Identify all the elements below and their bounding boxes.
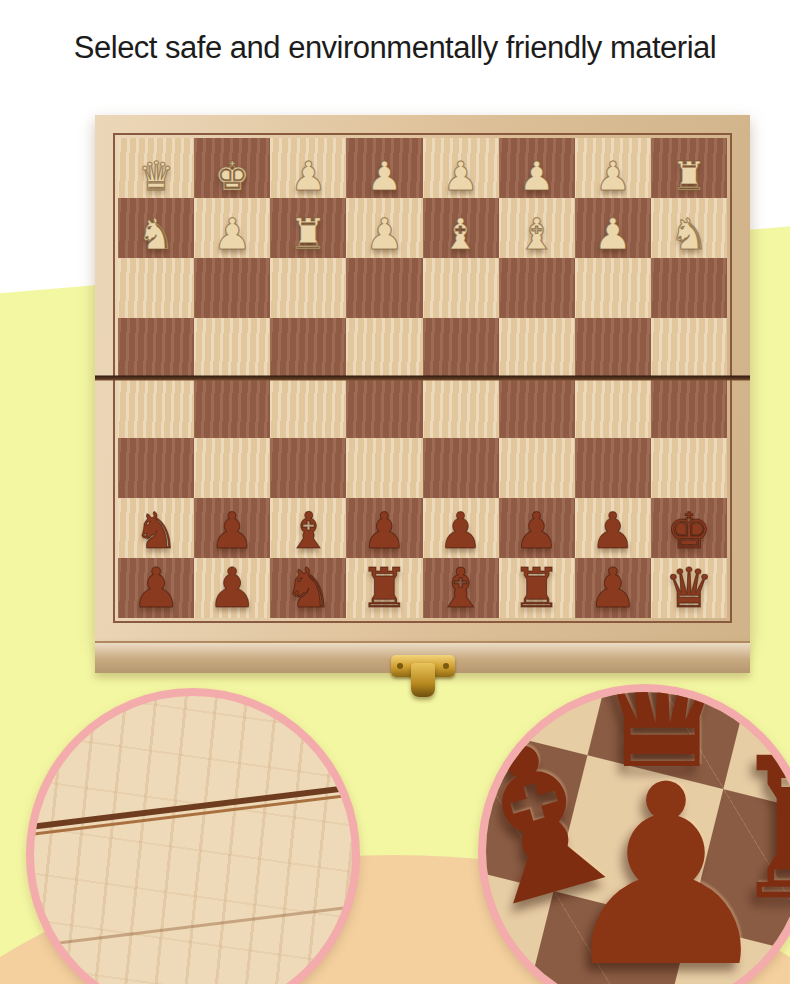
square-f4 bbox=[499, 378, 575, 438]
square-g1: ♟ bbox=[575, 558, 651, 618]
board-front-edge bbox=[95, 641, 750, 673]
light-rook-icon: ♜ bbox=[671, 156, 707, 196]
square-h2: ♚ bbox=[651, 498, 727, 558]
square-f5 bbox=[499, 318, 575, 378]
square-d1: ♜ bbox=[346, 558, 422, 618]
square-e6 bbox=[423, 258, 499, 318]
dark-bishop-icon: ♝ bbox=[286, 506, 331, 556]
closeup-pawn-icon: ♟ bbox=[554, 752, 778, 984]
square-b8: ♚ bbox=[194, 138, 270, 198]
square-a8: ♛ bbox=[118, 138, 194, 198]
square-d4 bbox=[346, 378, 422, 438]
light-king-icon: ♚ bbox=[214, 156, 250, 196]
square-c3 bbox=[270, 438, 346, 498]
square-a3 bbox=[118, 438, 194, 498]
square-b4 bbox=[194, 378, 270, 438]
square-c1: ♞ bbox=[270, 558, 346, 618]
dark-pawn-icon: ♟ bbox=[131, 561, 180, 616]
dark-pawn-icon: ♟ bbox=[514, 506, 559, 556]
square-g3 bbox=[575, 438, 651, 498]
square-c2: ♝ bbox=[270, 498, 346, 558]
clasp-screw-icon bbox=[397, 663, 403, 669]
folding-chess-set: ♛♚♟♟♟♟♟♜♞♟♜♟♝♝♟♞♞♟♝♟♟♟♟♚♟♟♞♜♝♜♟♛ bbox=[95, 115, 750, 673]
square-e4 bbox=[423, 378, 499, 438]
square-d7: ♟ bbox=[346, 198, 422, 258]
square-c5 bbox=[270, 318, 346, 378]
square-g4 bbox=[575, 378, 651, 438]
square-h4 bbox=[651, 378, 727, 438]
dark-knight-icon: ♞ bbox=[284, 561, 333, 616]
dark-rook-icon: ♜ bbox=[512, 561, 561, 616]
square-d2: ♟ bbox=[346, 498, 422, 558]
dark-pawn-icon: ♟ bbox=[438, 506, 483, 556]
square-h6 bbox=[651, 258, 727, 318]
square-h5 bbox=[651, 318, 727, 378]
brass-clasp bbox=[391, 655, 455, 701]
square-d3 bbox=[346, 438, 422, 498]
square-f1: ♜ bbox=[499, 558, 575, 618]
dark-pawn-icon: ♟ bbox=[590, 506, 635, 556]
light-pawn-icon: ♟ bbox=[595, 156, 631, 196]
square-f7: ♝ bbox=[499, 198, 575, 258]
dark-knight-icon: ♞ bbox=[134, 506, 179, 556]
square-h3 bbox=[651, 438, 727, 498]
square-h8: ♜ bbox=[651, 138, 727, 198]
square-a2: ♞ bbox=[118, 498, 194, 558]
dark-pawn-icon: ♟ bbox=[588, 561, 637, 616]
dark-pawn-icon: ♟ bbox=[208, 561, 257, 616]
square-h7: ♞ bbox=[651, 198, 727, 258]
square-e5 bbox=[423, 318, 499, 378]
square-e8: ♟ bbox=[423, 138, 499, 198]
square-f2: ♟ bbox=[499, 498, 575, 558]
dark-pawn-icon: ♟ bbox=[362, 506, 407, 556]
dark-king-icon: ♚ bbox=[667, 506, 712, 556]
light-rook-icon: ♜ bbox=[289, 213, 328, 256]
square-c6 bbox=[270, 258, 346, 318]
light-pawn-icon: ♟ bbox=[443, 156, 479, 196]
dark-queen-icon: ♛ bbox=[664, 561, 713, 616]
square-e7: ♝ bbox=[423, 198, 499, 258]
square-e2: ♟ bbox=[423, 498, 499, 558]
light-knight-icon: ♞ bbox=[137, 213, 176, 256]
chess-board: ♛♚♟♟♟♟♟♜♞♟♜♟♝♝♟♞♞♟♝♟♟♟♟♚♟♟♞♜♝♜♟♛ bbox=[95, 115, 750, 641]
square-f6 bbox=[499, 258, 575, 318]
dark-bishop-icon: ♝ bbox=[436, 561, 485, 616]
clasp-hasp bbox=[411, 663, 435, 697]
square-b6 bbox=[194, 258, 270, 318]
square-d6 bbox=[346, 258, 422, 318]
square-d8: ♟ bbox=[346, 138, 422, 198]
square-a5 bbox=[118, 318, 194, 378]
light-queen-icon: ♛ bbox=[138, 156, 174, 196]
square-f8: ♟ bbox=[499, 138, 575, 198]
square-b1: ♟ bbox=[194, 558, 270, 618]
square-e1: ♝ bbox=[423, 558, 499, 618]
square-f3 bbox=[499, 438, 575, 498]
light-bishop-icon: ♝ bbox=[441, 213, 480, 256]
square-a7: ♞ bbox=[118, 198, 194, 258]
square-c8: ♟ bbox=[270, 138, 346, 198]
light-pawn-icon: ♟ bbox=[213, 213, 252, 256]
square-g5 bbox=[575, 318, 651, 378]
square-a6 bbox=[118, 258, 194, 318]
square-g2: ♟ bbox=[575, 498, 651, 558]
light-pawn-icon: ♟ bbox=[519, 156, 555, 196]
light-pawn-icon: ♟ bbox=[365, 213, 404, 256]
board-fold-hinge-line bbox=[95, 376, 750, 381]
square-b3 bbox=[194, 438, 270, 498]
dark-rook-icon: ♜ bbox=[360, 561, 409, 616]
square-c4 bbox=[270, 378, 346, 438]
square-a1: ♟ bbox=[118, 558, 194, 618]
light-knight-icon: ♞ bbox=[670, 213, 709, 256]
square-h1: ♛ bbox=[651, 558, 727, 618]
square-c7: ♜ bbox=[270, 198, 346, 258]
headline-text: Select safe and environmentally friendly… bbox=[0, 30, 790, 66]
square-a4 bbox=[118, 378, 194, 438]
light-pawn-icon: ♟ bbox=[367, 156, 403, 196]
light-pawn-icon: ♟ bbox=[290, 156, 326, 196]
square-g7: ♟ bbox=[575, 198, 651, 258]
square-b7: ♟ bbox=[194, 198, 270, 258]
light-pawn-icon: ♟ bbox=[594, 213, 633, 256]
square-g6 bbox=[575, 258, 651, 318]
square-g8: ♟ bbox=[575, 138, 651, 198]
product-banner: Select safe and environmentally friendly… bbox=[0, 0, 790, 984]
clasp-screw-icon bbox=[443, 663, 449, 669]
light-bishop-icon: ♝ bbox=[517, 213, 556, 256]
square-d5 bbox=[346, 318, 422, 378]
square-b2: ♟ bbox=[194, 498, 270, 558]
square-e3 bbox=[423, 438, 499, 498]
dark-pawn-icon: ♟ bbox=[210, 506, 255, 556]
square-b5 bbox=[194, 318, 270, 378]
